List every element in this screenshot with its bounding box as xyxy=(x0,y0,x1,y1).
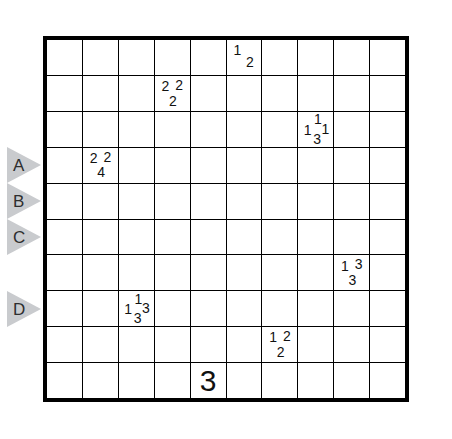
cell-r2c3[interactable] xyxy=(119,76,154,111)
clue-number: 3 xyxy=(348,273,356,287)
cell-r6c3[interactable] xyxy=(119,220,154,255)
cell-r1c9[interactable] xyxy=(334,40,369,75)
cell-r6c9[interactable] xyxy=(334,220,369,255)
cell-r1c8[interactable] xyxy=(298,40,333,75)
clue-number: 2 xyxy=(103,150,111,164)
row-marker-d: D xyxy=(7,291,41,327)
clue-number: 1 xyxy=(233,43,241,57)
cell-r6c10[interactable] xyxy=(370,220,405,255)
cell-r9c5[interactable] xyxy=(191,327,226,362)
cell-r2c1[interactable] xyxy=(47,76,82,111)
cell-r2c5[interactable] xyxy=(191,76,226,111)
cell-r5c1[interactable] xyxy=(47,184,82,219)
cell-r1c2[interactable] xyxy=(83,40,118,75)
clue-number: 1 xyxy=(269,330,277,344)
cell-r3c1[interactable] xyxy=(47,112,82,147)
cell-r2c7[interactable] xyxy=(262,76,297,111)
cell-r6c8[interactable] xyxy=(298,220,333,255)
clue-number: 3 xyxy=(313,132,321,146)
cell-r6c6[interactable] xyxy=(227,220,262,255)
clue-number: 1 xyxy=(314,112,322,126)
clue-number: 1 xyxy=(322,122,330,136)
cell-r1c6: 12 xyxy=(227,40,262,75)
cell-r5c9[interactable] xyxy=(334,184,369,219)
cell-r3c6[interactable] xyxy=(227,112,262,147)
cell-r4c4[interactable] xyxy=(155,148,190,183)
cell-r2c8[interactable] xyxy=(298,76,333,111)
cell-r8c4[interactable] xyxy=(155,291,190,326)
cell-r2c10[interactable] xyxy=(370,76,405,111)
clue-number: 4 xyxy=(97,165,105,179)
marker-label: A xyxy=(13,157,24,174)
cell-r7c7[interactable] xyxy=(262,255,297,290)
cell-r7c2[interactable] xyxy=(83,255,118,290)
cell-r6c5[interactable] xyxy=(191,220,226,255)
cell-r9c4[interactable] xyxy=(155,327,190,362)
clue-number: 2 xyxy=(162,79,170,93)
cell-r4c6[interactable] xyxy=(227,148,262,183)
cell-r5c8[interactable] xyxy=(298,184,333,219)
clue-number: 3 xyxy=(134,311,142,325)
cell-r2c6[interactable] xyxy=(227,76,262,111)
board: 12222111322413311331223 xyxy=(43,36,409,402)
cell-r3c9[interactable] xyxy=(334,112,369,147)
cell-r9c1[interactable] xyxy=(47,327,82,362)
cell-r1c7[interactable] xyxy=(262,40,297,75)
cell-r7c1[interactable] xyxy=(47,255,82,290)
cell-r6c1[interactable] xyxy=(47,220,82,255)
cell-r9c6[interactable] xyxy=(227,327,262,362)
cell-r5c4[interactable] xyxy=(155,184,190,219)
cell-r10c2[interactable] xyxy=(83,363,118,398)
marker-label: B xyxy=(13,193,24,210)
cell-r4c1[interactable] xyxy=(47,148,82,183)
cell-r1c5[interactable] xyxy=(191,40,226,75)
cell-r7c10[interactable] xyxy=(370,255,405,290)
cell-r8c2[interactable] xyxy=(83,291,118,326)
cell-r7c4[interactable] xyxy=(155,255,190,290)
cell-r5c10[interactable] xyxy=(370,184,405,219)
clue-number: 2 xyxy=(169,94,177,108)
cell-r8c6[interactable] xyxy=(227,291,262,326)
cell-r10c10[interactable] xyxy=(370,363,405,398)
cell-r10c7[interactable] xyxy=(262,363,297,398)
cell-r3c4[interactable] xyxy=(155,112,190,147)
cell-r4c8[interactable] xyxy=(298,148,333,183)
row-marker-c: C xyxy=(7,219,41,255)
clue-number: 2 xyxy=(90,151,98,165)
cell-r3c3[interactable] xyxy=(119,112,154,147)
cell-r3c5[interactable] xyxy=(191,112,226,147)
cell-r5c3[interactable] xyxy=(119,184,154,219)
marker-label: C xyxy=(13,229,25,246)
clue-number: 1 xyxy=(341,259,349,273)
cell-r10c5: 3 xyxy=(191,363,226,398)
cell-r8c9[interactable] xyxy=(334,291,369,326)
cell-r8c10[interactable] xyxy=(370,291,405,326)
cell-r10c8[interactable] xyxy=(298,363,333,398)
clue-number: 3 xyxy=(142,301,150,315)
row-marker-a: A xyxy=(7,147,41,183)
cell-r4c10[interactable] xyxy=(370,148,405,183)
cell-r4c3[interactable] xyxy=(119,148,154,183)
clue-number: 1 xyxy=(134,292,142,306)
cell-r8c3: 1133 xyxy=(119,291,154,326)
puzzle-stage: 12222111322413311331223 ABCD xyxy=(0,0,452,439)
cell-r9c9[interactable] xyxy=(334,327,369,362)
cell-r10c9[interactable] xyxy=(334,363,369,398)
cell-r6c2[interactable] xyxy=(83,220,118,255)
cell-r5c6[interactable] xyxy=(227,184,262,219)
cell-r10c6[interactable] xyxy=(227,363,262,398)
cell-r9c2[interactable] xyxy=(83,327,118,362)
cell-r7c3[interactable] xyxy=(119,255,154,290)
cell-r1c3[interactable] xyxy=(119,40,154,75)
cell-r8c7[interactable] xyxy=(262,291,297,326)
cell-r9c8[interactable] xyxy=(298,327,333,362)
row-marker-b: B xyxy=(7,183,41,219)
cell-r2c9[interactable] xyxy=(334,76,369,111)
cell-r4c9[interactable] xyxy=(334,148,369,183)
cell-r1c4[interactable] xyxy=(155,40,190,75)
cell-r9c10[interactable] xyxy=(370,327,405,362)
clue-number: 2 xyxy=(283,329,291,343)
cell-r1c1[interactable] xyxy=(47,40,82,75)
cell-r7c9: 133 xyxy=(334,255,369,290)
cell-r10c4[interactable] xyxy=(155,363,190,398)
cell-r5c7[interactable] xyxy=(262,184,297,219)
cell-r8c5[interactable] xyxy=(191,291,226,326)
clue-number: 3 xyxy=(200,366,217,396)
clue-number: 3 xyxy=(355,257,363,271)
cell-r1c10[interactable] xyxy=(370,40,405,75)
cell-r3c8: 1113 xyxy=(298,112,333,147)
cell-r4c7[interactable] xyxy=(262,148,297,183)
cell-r3c10[interactable] xyxy=(370,112,405,147)
cell-r5c5[interactable] xyxy=(191,184,226,219)
cell-r5c2[interactable] xyxy=(83,184,118,219)
cell-r9c3[interactable] xyxy=(119,327,154,362)
marker-label: D xyxy=(13,301,25,318)
cell-r2c2[interactable] xyxy=(83,76,118,111)
cell-r8c1[interactable] xyxy=(47,291,82,326)
cell-r7c8[interactable] xyxy=(298,255,333,290)
cell-r7c5[interactable] xyxy=(191,255,226,290)
cell-r10c1[interactable] xyxy=(47,363,82,398)
cell-r8c8[interactable] xyxy=(298,291,333,326)
cell-r4c5[interactable] xyxy=(191,148,226,183)
cell-r2c4: 222 xyxy=(155,76,190,111)
clue-number: 1 xyxy=(304,123,312,137)
cell-r6c7[interactable] xyxy=(262,220,297,255)
cell-r10c3[interactable] xyxy=(119,363,154,398)
clue-number: 2 xyxy=(175,78,183,92)
clue-number: 2 xyxy=(246,55,254,69)
cell-r3c2[interactable] xyxy=(83,112,118,147)
cell-r3c7[interactable] xyxy=(262,112,297,147)
clue-number: 1 xyxy=(124,302,132,316)
cell-r6c4[interactable] xyxy=(155,220,190,255)
cell-r9c7: 122 xyxy=(262,327,297,362)
cell-r7c6[interactable] xyxy=(227,255,262,290)
clue-number: 2 xyxy=(277,345,285,359)
cell-r4c2: 224 xyxy=(83,148,118,183)
